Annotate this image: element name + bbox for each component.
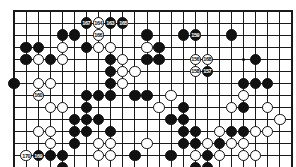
move-number: 169 (34, 153, 42, 159)
black-stone (262, 78, 273, 89)
black-stone (69, 138, 80, 149)
white-stone (274, 114, 285, 125)
black-stone (81, 102, 92, 113)
black-stone-move-157: 157 (202, 66, 213, 77)
black-stone (178, 114, 189, 125)
white-stone (141, 138, 152, 149)
move-number: 167 (83, 20, 91, 26)
white-stone (214, 150, 225, 161)
white-stone (238, 150, 249, 161)
white-stone (45, 138, 56, 149)
board-frame-line (13, 10, 293, 12)
white-stone (117, 66, 128, 77)
black-stone (57, 29, 68, 40)
white-stone (105, 42, 116, 53)
white-stone-move-166: 166 (93, 29, 104, 40)
black-stone (129, 150, 140, 161)
black-stone (105, 90, 116, 101)
move-number: 160 (34, 92, 42, 98)
black-stone (45, 150, 56, 161)
white-stone (57, 102, 68, 113)
black-stone (69, 126, 80, 137)
black-stone (165, 114, 176, 125)
black-stone (57, 162, 68, 167)
white-stone-move-164: 164 (93, 17, 104, 28)
move-number: 159 (191, 32, 199, 38)
grid-line-horizontal (13, 23, 293, 24)
white-stone (45, 78, 56, 89)
black-stone (178, 29, 189, 40)
white-stone (45, 126, 56, 137)
white-stone (238, 138, 249, 149)
white-stone (33, 54, 44, 65)
black-stone (105, 78, 116, 89)
black-stone (141, 54, 152, 65)
white-stone (202, 138, 213, 149)
grid-line-horizontal (13, 35, 293, 36)
white-stone (93, 150, 104, 161)
black-stone (202, 162, 213, 167)
black-stone (190, 126, 201, 137)
move-number: 164 (95, 20, 103, 26)
black-stone (153, 42, 164, 53)
white-stone-move-170: 170 (20, 150, 31, 161)
black-stone (93, 90, 104, 101)
black-stone-move-167: 167 (81, 17, 92, 28)
white-stone (117, 54, 128, 65)
black-stone (105, 126, 116, 137)
black-stone (69, 29, 80, 40)
white-stone (57, 54, 68, 65)
white-stone (250, 126, 261, 137)
move-number: 157 (203, 68, 211, 74)
white-stone-move-168: 168 (202, 54, 213, 65)
black-stone (226, 126, 237, 137)
black-stone (81, 126, 92, 137)
grid-line-horizontal (13, 119, 293, 120)
white-stone (190, 150, 201, 161)
go-diagram-page: 167164163165166159156168158157160170169 (0, 0, 296, 167)
black-stone (20, 42, 31, 53)
white-stone (33, 126, 44, 137)
white-stone (165, 90, 176, 101)
white-stone (153, 102, 164, 113)
white-stone-move-160: 160 (33, 90, 44, 101)
white-stone (129, 66, 140, 77)
star-point (242, 58, 245, 61)
black-stone (141, 90, 152, 101)
black-stone (165, 150, 176, 161)
white-stone (105, 138, 116, 149)
white-stone (93, 138, 104, 149)
black-stone (20, 54, 31, 65)
white-stone-move-158: 158 (190, 66, 201, 77)
black-stone-move-163: 163 (105, 17, 116, 28)
black-stone (238, 102, 249, 113)
black-stone (178, 126, 189, 137)
black-stone (81, 42, 92, 53)
white-stone (93, 42, 104, 53)
black-stone (250, 78, 261, 89)
white-stone (250, 150, 261, 161)
black-stone (141, 29, 152, 40)
white-stone (45, 102, 56, 113)
move-number: 168 (203, 56, 211, 62)
black-stone (250, 54, 261, 65)
move-number: 170 (22, 153, 30, 159)
black-stone (214, 138, 225, 149)
white-stone (226, 102, 237, 113)
black-stone (226, 29, 237, 40)
black-stone (81, 90, 92, 101)
white-stone (33, 78, 44, 89)
white-stone (262, 102, 273, 113)
move-number: 166 (95, 32, 103, 38)
black-stone (93, 114, 104, 125)
black-stone (178, 138, 189, 149)
go-board: 167164163165166159156168158157160170169 (0, 0, 296, 167)
grid-line-horizontal (13, 71, 293, 72)
black-stone-move-165: 165 (117, 17, 128, 28)
black-stone-move-159: 159 (190, 29, 201, 40)
black-stone (129, 90, 140, 101)
black-stone (105, 66, 116, 77)
black-stone (81, 114, 92, 125)
white-stone-move-156: 156 (190, 54, 201, 65)
black-stone (190, 138, 201, 149)
white-stone (141, 42, 152, 53)
black-stone-move-169: 169 (33, 150, 44, 161)
white-stone (238, 90, 249, 101)
black-stone (238, 78, 249, 89)
grid-line-horizontal (13, 95, 293, 96)
white-stone (226, 138, 237, 149)
black-stone (45, 54, 56, 65)
white-stone (262, 126, 273, 137)
move-number: 165 (119, 20, 127, 26)
black-stone (190, 162, 201, 167)
black-stone (105, 54, 116, 65)
move-number: 163 (107, 20, 115, 26)
black-stone (69, 114, 80, 125)
white-stone (214, 126, 225, 137)
black-stone (178, 102, 189, 113)
black-stone (33, 42, 44, 53)
move-number: 158 (191, 68, 199, 74)
white-stone (105, 150, 116, 161)
move-number: 156 (191, 56, 199, 62)
black-stone (8, 78, 19, 89)
white-stone (57, 42, 68, 53)
white-stone (117, 78, 128, 89)
black-stone (153, 54, 164, 65)
black-stone (238, 126, 249, 137)
black-stone (57, 150, 68, 161)
black-stone (202, 150, 213, 161)
